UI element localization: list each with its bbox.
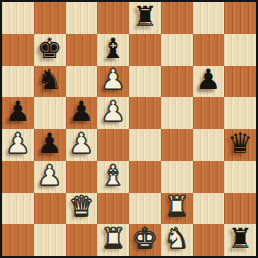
square-a4[interactable]: ♟ (2, 129, 34, 161)
square-d8[interactable] (97, 2, 129, 34)
square-f6[interactable] (161, 66, 193, 98)
square-f3[interactable] (161, 161, 193, 193)
piece-white-pawn[interactable]: ♟ (101, 98, 126, 126)
square-b6[interactable]: ♞ (34, 66, 66, 98)
square-c2[interactable]: ♛ (66, 193, 98, 225)
square-a7[interactable] (2, 34, 34, 66)
piece-white-pawn[interactable]: ♟ (69, 130, 94, 158)
piece-white-queen[interactable]: ♛ (69, 193, 94, 221)
square-f5[interactable] (161, 97, 193, 129)
square-e2[interactable] (129, 193, 161, 225)
square-b7[interactable]: ♚ (34, 34, 66, 66)
piece-white-bishop[interactable]: ♝ (101, 162, 126, 190)
piece-white-rook[interactable]: ♜ (101, 225, 126, 253)
square-h5[interactable] (224, 97, 256, 129)
square-d4[interactable] (97, 129, 129, 161)
square-g2[interactable] (193, 193, 225, 225)
piece-white-pawn[interactable]: ♟ (5, 130, 30, 158)
square-a2[interactable] (2, 193, 34, 225)
piece-black-bishop[interactable]: ♝ (101, 35, 126, 63)
square-f8[interactable] (161, 2, 193, 34)
piece-white-king[interactable]: ♚ (132, 225, 157, 253)
piece-black-king[interactable]: ♚ (37, 35, 62, 63)
square-a5[interactable]: ♟ (2, 97, 34, 129)
square-c1[interactable] (66, 224, 98, 256)
square-h3[interactable] (224, 161, 256, 193)
square-a3[interactable] (2, 161, 34, 193)
square-b2[interactable] (34, 193, 66, 225)
piece-black-pawn[interactable]: ♟ (5, 98, 30, 126)
square-b8[interactable] (34, 2, 66, 34)
chess-board-frame: ♜♚♝♞♟♟♟♟♟♟♟♟♛♟♝♛♜♜♚♞♜ (0, 0, 258, 258)
square-g5[interactable] (193, 97, 225, 129)
square-d2[interactable] (97, 193, 129, 225)
square-e4[interactable] (129, 129, 161, 161)
square-e6[interactable] (129, 66, 161, 98)
square-e5[interactable] (129, 97, 161, 129)
square-f4[interactable] (161, 129, 193, 161)
piece-white-rook[interactable]: ♜ (164, 193, 189, 221)
square-c6[interactable] (66, 66, 98, 98)
piece-white-knight[interactable]: ♞ (164, 225, 189, 253)
square-h7[interactable] (224, 34, 256, 66)
piece-white-pawn[interactable]: ♟ (101, 66, 126, 94)
chess-board: ♜♚♝♞♟♟♟♟♟♟♟♟♛♟♝♛♜♜♚♞♜ (2, 2, 256, 256)
square-f1[interactable]: ♞ (161, 224, 193, 256)
square-h1[interactable]: ♜ (224, 224, 256, 256)
square-c7[interactable] (66, 34, 98, 66)
square-b1[interactable] (34, 224, 66, 256)
square-h6[interactable] (224, 66, 256, 98)
piece-black-queen[interactable]: ♛ (228, 130, 253, 158)
square-b3[interactable]: ♟ (34, 161, 66, 193)
square-g4[interactable] (193, 129, 225, 161)
square-g1[interactable] (193, 224, 225, 256)
square-g7[interactable] (193, 34, 225, 66)
square-h8[interactable] (224, 2, 256, 34)
square-d1[interactable]: ♜ (97, 224, 129, 256)
square-d5[interactable]: ♟ (97, 97, 129, 129)
square-d3[interactable]: ♝ (97, 161, 129, 193)
square-c5[interactable]: ♟ (66, 97, 98, 129)
square-g3[interactable] (193, 161, 225, 193)
square-a1[interactable] (2, 224, 34, 256)
piece-black-rook[interactable]: ♜ (228, 225, 253, 253)
square-c4[interactable]: ♟ (66, 129, 98, 161)
square-c8[interactable] (66, 2, 98, 34)
square-g6[interactable]: ♟ (193, 66, 225, 98)
square-f7[interactable] (161, 34, 193, 66)
piece-black-pawn[interactable]: ♟ (196, 66, 221, 94)
square-e1[interactable]: ♚ (129, 224, 161, 256)
piece-black-knight[interactable]: ♞ (37, 66, 62, 94)
square-h2[interactable] (224, 193, 256, 225)
square-a6[interactable] (2, 66, 34, 98)
square-f2[interactable]: ♜ (161, 193, 193, 225)
piece-black-pawn[interactable]: ♟ (37, 130, 62, 158)
square-g8[interactable] (193, 2, 225, 34)
square-d7[interactable]: ♝ (97, 34, 129, 66)
square-e7[interactable] (129, 34, 161, 66)
square-d6[interactable]: ♟ (97, 66, 129, 98)
square-e8[interactable]: ♜ (129, 2, 161, 34)
square-h4[interactable]: ♛ (224, 129, 256, 161)
square-c3[interactable] (66, 161, 98, 193)
square-e3[interactable] (129, 161, 161, 193)
piece-black-pawn[interactable]: ♟ (69, 98, 94, 126)
piece-black-rook[interactable]: ♜ (132, 3, 157, 31)
square-b5[interactable] (34, 97, 66, 129)
square-b4[interactable]: ♟ (34, 129, 66, 161)
piece-white-pawn[interactable]: ♟ (37, 162, 62, 190)
square-a8[interactable] (2, 2, 34, 34)
